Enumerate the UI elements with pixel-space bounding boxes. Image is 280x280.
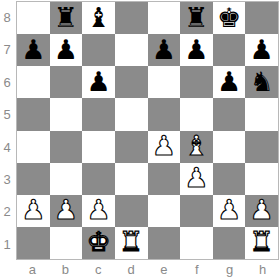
square-c8[interactable]: ♝ bbox=[82, 2, 115, 34]
piece-black-rook-b8[interactable]: ♜ bbox=[54, 4, 78, 31]
piece-black-pawn-e7[interactable]: ♟ bbox=[152, 36, 176, 63]
rank-label-3: 3 bbox=[0, 173, 14, 186]
square-b6[interactable] bbox=[50, 66, 83, 98]
square-e4[interactable]: ♟ bbox=[148, 131, 181, 163]
piece-black-knight-h6[interactable]: ♞ bbox=[250, 68, 274, 95]
file-labels: abcdefgh bbox=[16, 260, 279, 280]
square-g7[interactable] bbox=[213, 34, 246, 66]
file-label-c: c bbox=[82, 263, 115, 276]
square-e6[interactable] bbox=[148, 66, 181, 98]
rank-label-7: 7 bbox=[0, 43, 14, 56]
square-h2[interactable]: ♟ bbox=[245, 195, 278, 227]
rank-label-5: 5 bbox=[0, 108, 14, 121]
square-e5[interactable] bbox=[148, 98, 181, 130]
square-d3[interactable] bbox=[115, 163, 148, 195]
square-d8[interactable] bbox=[115, 2, 148, 34]
square-h8[interactable] bbox=[245, 2, 278, 34]
file-label-g: g bbox=[213, 263, 246, 276]
rank-label-2: 2 bbox=[0, 205, 14, 218]
square-c7[interactable] bbox=[82, 34, 115, 66]
rank-label-4: 4 bbox=[0, 141, 14, 154]
piece-black-pawn-a7[interactable]: ♟ bbox=[21, 36, 45, 63]
square-b1[interactable] bbox=[50, 227, 83, 259]
piece-black-pawn-b7[interactable]: ♟ bbox=[54, 36, 78, 63]
square-c6[interactable]: ♟ bbox=[82, 66, 115, 98]
square-d2[interactable] bbox=[115, 195, 148, 227]
square-b2[interactable]: ♟ bbox=[50, 195, 83, 227]
square-c1[interactable]: ♚ bbox=[82, 227, 115, 259]
piece-black-pawn-h7[interactable]: ♟ bbox=[250, 36, 274, 63]
file-label-e: e bbox=[148, 263, 181, 276]
square-b5[interactable] bbox=[50, 98, 83, 130]
file-label-f: f bbox=[180, 263, 213, 276]
square-e8[interactable] bbox=[148, 2, 181, 34]
square-c2[interactable]: ♟ bbox=[82, 195, 115, 227]
piece-white-pawn-e4[interactable]: ♟ bbox=[152, 132, 176, 159]
chess-diagram: 87654321 ♜♝♜♚♟♟♟♟♟♟♟♞♟♝♟♟♟♟♟♟♚♜♜ abcdefg… bbox=[0, 0, 280, 280]
square-h4[interactable] bbox=[245, 131, 278, 163]
square-a2[interactable]: ♟ bbox=[17, 195, 50, 227]
square-g8[interactable]: ♚ bbox=[213, 2, 246, 34]
piece-black-pawn-f7[interactable]: ♟ bbox=[184, 36, 208, 63]
square-a8[interactable] bbox=[17, 2, 50, 34]
square-a4[interactable] bbox=[17, 131, 50, 163]
square-f3[interactable]: ♟ bbox=[180, 163, 213, 195]
square-e7[interactable]: ♟ bbox=[148, 34, 181, 66]
piece-white-pawn-b2[interactable]: ♟ bbox=[54, 196, 78, 223]
square-b8[interactable]: ♜ bbox=[50, 2, 83, 34]
square-f5[interactable] bbox=[180, 98, 213, 130]
piece-white-pawn-h2[interactable]: ♟ bbox=[250, 196, 274, 223]
square-a3[interactable] bbox=[17, 163, 50, 195]
square-a7[interactable]: ♟ bbox=[17, 34, 50, 66]
square-f1[interactable] bbox=[180, 227, 213, 259]
square-c5[interactable] bbox=[82, 98, 115, 130]
square-g5[interactable] bbox=[213, 98, 246, 130]
piece-black-rook-f8[interactable]: ♜ bbox=[184, 4, 208, 31]
piece-white-rook-d1[interactable]: ♜ bbox=[119, 228, 143, 255]
chess-board[interactable]: ♜♝♜♚♟♟♟♟♟♟♟♞♟♝♟♟♟♟♟♟♚♜♜ bbox=[16, 1, 279, 260]
square-g4[interactable] bbox=[213, 131, 246, 163]
square-a5[interactable] bbox=[17, 98, 50, 130]
piece-black-king-g8[interactable]: ♚ bbox=[217, 4, 241, 31]
square-g2[interactable]: ♟ bbox=[213, 195, 246, 227]
square-a6[interactable] bbox=[17, 66, 50, 98]
square-d4[interactable] bbox=[115, 131, 148, 163]
file-label-h: h bbox=[246, 263, 279, 276]
piece-white-pawn-f3[interactable]: ♟ bbox=[184, 164, 208, 191]
square-f4[interactable]: ♝ bbox=[180, 131, 213, 163]
piece-black-bishop-c8[interactable]: ♝ bbox=[86, 4, 110, 31]
square-b3[interactable] bbox=[50, 163, 83, 195]
piece-black-pawn-g6[interactable]: ♟ bbox=[217, 68, 241, 95]
square-h1[interactable]: ♜ bbox=[245, 227, 278, 259]
square-e1[interactable] bbox=[148, 227, 181, 259]
file-label-d: d bbox=[115, 263, 148, 276]
piece-white-pawn-c2[interactable]: ♟ bbox=[86, 196, 110, 223]
square-a1[interactable] bbox=[17, 227, 50, 259]
square-g3[interactable] bbox=[213, 163, 246, 195]
square-g1[interactable] bbox=[213, 227, 246, 259]
file-label-a: a bbox=[16, 263, 49, 276]
square-f6[interactable] bbox=[180, 66, 213, 98]
rank-label-1: 1 bbox=[0, 238, 14, 251]
square-f7[interactable]: ♟ bbox=[180, 34, 213, 66]
square-h3[interactable] bbox=[245, 163, 278, 195]
square-b4[interactable] bbox=[50, 131, 83, 163]
file-label-b: b bbox=[49, 263, 82, 276]
square-c3[interactable] bbox=[82, 163, 115, 195]
square-h7[interactable]: ♟ bbox=[245, 34, 278, 66]
square-d1[interactable]: ♜ bbox=[115, 227, 148, 259]
rank-label-6: 6 bbox=[0, 76, 14, 89]
piece-white-pawn-g2[interactable]: ♟ bbox=[217, 196, 241, 223]
square-e3[interactable] bbox=[148, 163, 181, 195]
square-b7[interactable]: ♟ bbox=[50, 34, 83, 66]
piece-white-king-c1[interactable]: ♚ bbox=[86, 228, 110, 255]
piece-black-pawn-c6[interactable]: ♟ bbox=[86, 68, 110, 95]
square-c4[interactable] bbox=[82, 131, 115, 163]
square-h5[interactable] bbox=[245, 98, 278, 130]
square-h6[interactable]: ♞ bbox=[245, 66, 278, 98]
rank-label-8: 8 bbox=[0, 11, 14, 24]
square-f8[interactable]: ♜ bbox=[180, 2, 213, 34]
piece-white-bishop-f4[interactable]: ♝ bbox=[184, 132, 208, 159]
square-d5[interactable] bbox=[115, 98, 148, 130]
square-d7[interactable] bbox=[115, 34, 148, 66]
rank-labels: 87654321 bbox=[0, 1, 16, 260]
piece-white-pawn-a2[interactable]: ♟ bbox=[21, 196, 45, 223]
piece-white-rook-h1[interactable]: ♜ bbox=[250, 228, 274, 255]
square-f2[interactable] bbox=[180, 195, 213, 227]
square-g6[interactable]: ♟ bbox=[213, 66, 246, 98]
square-d6[interactable] bbox=[115, 66, 148, 98]
square-e2[interactable] bbox=[148, 195, 181, 227]
